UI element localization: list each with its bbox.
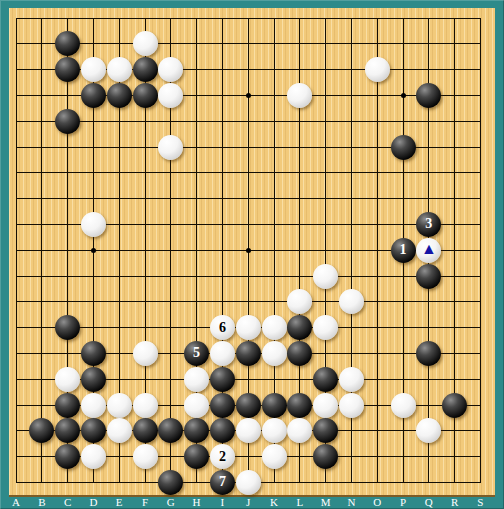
board-grid-line-horizontal: [16, 301, 481, 302]
column-label-F: F: [138, 496, 152, 508]
board-grid-line-vertical: [377, 18, 378, 483]
move-number-label: 7: [219, 475, 226, 489]
black-stone[interactable]: 5: [184, 341, 209, 366]
white-stone[interactable]: 2: [210, 444, 235, 469]
white-stone[interactable]: [339, 393, 364, 418]
white-stone[interactable]: [262, 418, 287, 443]
column-label-L: L: [293, 496, 307, 508]
column-label-D: D: [86, 496, 100, 508]
white-stone[interactable]: [81, 57, 106, 82]
black-stone[interactable]: 1: [391, 238, 416, 263]
black-stone[interactable]: [391, 135, 416, 160]
column-label-G: G: [164, 496, 178, 508]
black-stone[interactable]: [236, 341, 261, 366]
black-stone[interactable]: [107, 83, 132, 108]
white-stone[interactable]: [107, 393, 132, 418]
black-stone[interactable]: [442, 393, 467, 418]
white-stone[interactable]: [365, 57, 390, 82]
black-stone[interactable]: [133, 418, 158, 443]
white-stone[interactable]: [236, 418, 261, 443]
white-stone[interactable]: [81, 444, 106, 469]
white-stone[interactable]: [210, 341, 235, 366]
white-stone[interactable]: [236, 470, 261, 495]
white-stone[interactable]: [55, 367, 80, 392]
white-stone[interactable]: 6: [210, 315, 235, 340]
black-stone[interactable]: [313, 367, 338, 392]
board-grid-line-horizontal: [16, 276, 481, 277]
white-stone[interactable]: [184, 367, 209, 392]
column-label-B: B: [35, 496, 49, 508]
black-stone[interactable]: [81, 83, 106, 108]
white-stone[interactable]: [184, 393, 209, 418]
white-stone[interactable]: [339, 367, 364, 392]
column-label-P: P: [396, 496, 410, 508]
black-stone[interactable]: [210, 393, 235, 418]
star-point: [401, 93, 406, 98]
star-point: [91, 248, 96, 253]
board-grid-line-vertical: [480, 18, 481, 483]
column-label-S: S: [473, 496, 487, 508]
white-stone[interactable]: [262, 341, 287, 366]
column-label-N: N: [344, 496, 358, 508]
white-stone[interactable]: [81, 393, 106, 418]
column-label-E: E: [112, 496, 126, 508]
black-stone[interactable]: [262, 393, 287, 418]
column-label-Q: Q: [422, 496, 436, 508]
white-stone[interactable]: [107, 418, 132, 443]
white-stone[interactable]: [262, 444, 287, 469]
white-stone[interactable]: [133, 444, 158, 469]
white-stone[interactable]: [133, 341, 158, 366]
white-stone[interactable]: [391, 393, 416, 418]
black-stone[interactable]: [133, 83, 158, 108]
white-stone[interactable]: [133, 393, 158, 418]
black-stone[interactable]: [81, 341, 106, 366]
triangle-marker: ▲: [421, 241, 437, 257]
black-stone[interactable]: [210, 367, 235, 392]
white-stone[interactable]: [107, 57, 132, 82]
go-board-window: 31▲6527ABCDEFGHIJKLMNOPQRS: [0, 0, 504, 509]
column-label-J: J: [241, 496, 255, 508]
black-stone[interactable]: [416, 264, 441, 289]
star-point: [246, 248, 251, 253]
move-number-label: 2: [219, 450, 226, 464]
black-stone[interactable]: 7: [210, 470, 235, 495]
move-number-label: 6: [219, 321, 226, 335]
white-stone[interactable]: [262, 315, 287, 340]
black-stone[interactable]: [133, 57, 158, 82]
white-stone[interactable]: [158, 135, 183, 160]
white-stone[interactable]: [81, 212, 106, 237]
star-point: [246, 93, 251, 98]
black-stone[interactable]: [287, 393, 312, 418]
white-stone[interactable]: [133, 31, 158, 56]
white-stone[interactable]: [236, 315, 261, 340]
black-stone[interactable]: [55, 109, 80, 134]
white-stone[interactable]: [313, 264, 338, 289]
move-number-label: 5: [193, 346, 200, 360]
column-label-A: A: [9, 496, 23, 508]
column-label-R: R: [448, 496, 462, 508]
black-stone[interactable]: [55, 393, 80, 418]
column-label-C: C: [61, 496, 75, 508]
black-stone[interactable]: [236, 393, 261, 418]
move-number-label: 1: [400, 243, 407, 257]
column-label-H: H: [190, 496, 204, 508]
column-label-M: M: [319, 496, 333, 508]
black-stone[interactable]: [81, 367, 106, 392]
column-label-I: I: [215, 496, 229, 508]
move-number-label: 3: [425, 217, 432, 231]
column-label-O: O: [370, 496, 384, 508]
white-stone[interactable]: [313, 393, 338, 418]
column-label-K: K: [267, 496, 281, 508]
white-stone[interactable]: ▲: [416, 238, 441, 263]
